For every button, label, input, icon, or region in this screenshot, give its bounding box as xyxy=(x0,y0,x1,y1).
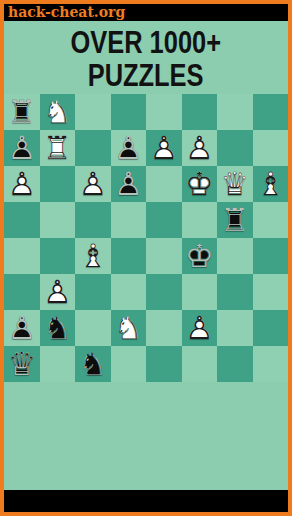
square-d1[interactable] xyxy=(111,346,147,382)
square-g6[interactable]: ♛♕ xyxy=(217,166,253,202)
square-f6[interactable]: ♚♔ xyxy=(182,166,218,202)
piece-white-bishop[interactable]: ♝♗ xyxy=(253,166,289,202)
queen-glyph-outline: ♕ xyxy=(217,166,253,202)
knight-glyph-outline: ♘ xyxy=(111,310,147,346)
square-a7[interactable]: ♟♙ xyxy=(4,130,40,166)
queen-glyph-fill: ♛ xyxy=(4,346,40,382)
watermark-bar: hack-cheat.org xyxy=(4,4,288,21)
rook-glyph-outline: ♖ xyxy=(4,94,40,130)
king-glyph-outline: ♔ xyxy=(182,166,218,202)
square-d2[interactable]: ♞♘ xyxy=(111,310,147,346)
pawn-glyph-fill: ♟ xyxy=(111,130,147,166)
rook-glyph-outline: ♖ xyxy=(217,202,253,238)
square-b4[interactable] xyxy=(40,238,76,274)
piece-black-knight[interactable]: ♞♘ xyxy=(40,310,76,346)
square-h3[interactable] xyxy=(253,274,289,310)
piece-black-king[interactable]: ♚♔ xyxy=(182,238,218,274)
rook-glyph-outline: ♖ xyxy=(40,130,76,166)
square-d7[interactable]: ♟♙ xyxy=(111,130,147,166)
square-a5[interactable] xyxy=(4,202,40,238)
square-d4[interactable] xyxy=(111,238,147,274)
square-e8[interactable] xyxy=(146,94,182,130)
piece-black-pawn[interactable]: ♟♙ xyxy=(111,130,147,166)
king-glyph-fill: ♚ xyxy=(182,166,218,202)
piece-white-rook[interactable]: ♜♖ xyxy=(40,130,76,166)
watermark-text: hack-cheat.org xyxy=(8,4,125,21)
square-g4[interactable] xyxy=(217,238,253,274)
queen-glyph-fill: ♛ xyxy=(217,166,253,202)
pawn-glyph-outline: ♙ xyxy=(4,166,40,202)
bishop-glyph-fill: ♝ xyxy=(253,166,289,202)
page-title: OVER 1000+ PUZZLES xyxy=(4,24,288,94)
square-f4[interactable]: ♚♔ xyxy=(182,238,218,274)
pawn-glyph-outline: ♙ xyxy=(146,130,182,166)
square-c2[interactable] xyxy=(75,310,111,346)
piece-black-pawn[interactable]: ♟♙ xyxy=(4,310,40,346)
queen-glyph-outline: ♕ xyxy=(4,346,40,382)
knight-glyph-outline: ♘ xyxy=(40,310,76,346)
knight-glyph-fill: ♞ xyxy=(111,310,147,346)
piece-black-pawn[interactable]: ♟♙ xyxy=(111,166,147,202)
piece-white-king[interactable]: ♚♔ xyxy=(182,166,218,202)
square-c4[interactable]: ♝♗ xyxy=(75,238,111,274)
piece-white-pawn[interactable]: ♟♙ xyxy=(182,130,218,166)
pawn-glyph-fill: ♟ xyxy=(4,166,40,202)
square-h1[interactable] xyxy=(253,346,289,382)
piece-black-knight[interactable]: ♞♘ xyxy=(75,346,111,382)
rook-glyph-fill: ♜ xyxy=(4,94,40,130)
square-g1[interactable] xyxy=(217,346,253,382)
piece-white-pawn[interactable]: ♟♙ xyxy=(4,166,40,202)
title-line-2: PUZZLES xyxy=(88,59,204,92)
square-d5[interactable] xyxy=(111,202,147,238)
square-c3[interactable] xyxy=(75,274,111,310)
square-a6[interactable]: ♟♙ xyxy=(4,166,40,202)
bishop-glyph-outline: ♗ xyxy=(253,166,289,202)
pawn-glyph-fill: ♟ xyxy=(146,130,182,166)
pawn-glyph-fill: ♟ xyxy=(40,274,76,310)
square-e4[interactable] xyxy=(146,238,182,274)
square-f5[interactable] xyxy=(182,202,218,238)
piece-black-rook[interactable]: ♜♖ xyxy=(217,202,253,238)
bottom-bar xyxy=(4,490,288,512)
piece-white-queen[interactable]: ♛♕ xyxy=(217,166,253,202)
square-a4[interactable] xyxy=(4,238,40,274)
pawn-glyph-outline: ♙ xyxy=(111,166,147,202)
pawn-glyph-fill: ♟ xyxy=(4,130,40,166)
square-e5[interactable] xyxy=(146,202,182,238)
knight-glyph-outline: ♘ xyxy=(40,94,76,130)
piece-white-pawn[interactable]: ♟♙ xyxy=(40,274,76,310)
square-f7[interactable]: ♟♙ xyxy=(182,130,218,166)
square-c7[interactable] xyxy=(75,130,111,166)
knight-glyph-fill: ♞ xyxy=(40,310,76,346)
square-e3[interactable] xyxy=(146,274,182,310)
square-h2[interactable] xyxy=(253,310,289,346)
square-g5[interactable]: ♜♖ xyxy=(217,202,253,238)
square-h8[interactable] xyxy=(253,94,289,130)
square-h4[interactable] xyxy=(253,238,289,274)
square-g7[interactable] xyxy=(217,130,253,166)
pawn-glyph-outline: ♙ xyxy=(182,130,218,166)
square-d3[interactable] xyxy=(111,274,147,310)
square-d8[interactable] xyxy=(111,94,147,130)
square-h6[interactable]: ♝♗ xyxy=(253,166,289,202)
square-b5[interactable] xyxy=(40,202,76,238)
square-g3[interactable] xyxy=(217,274,253,310)
bishop-glyph-outline: ♗ xyxy=(75,238,111,274)
square-c1[interactable]: ♞♘ xyxy=(75,346,111,382)
square-c5[interactable] xyxy=(75,202,111,238)
square-a2[interactable]: ♟♙ xyxy=(4,310,40,346)
square-b6[interactable] xyxy=(40,166,76,202)
rook-glyph-fill: ♜ xyxy=(40,130,76,166)
pawn-glyph-outline: ♙ xyxy=(4,310,40,346)
square-d6[interactable]: ♟♙ xyxy=(111,166,147,202)
pawn-glyph-fill: ♟ xyxy=(182,130,218,166)
pawn-glyph-fill: ♟ xyxy=(182,310,218,346)
square-c6[interactable]: ♟♙ xyxy=(75,166,111,202)
pawn-glyph-fill: ♟ xyxy=(111,166,147,202)
piece-black-pawn[interactable]: ♟♙ xyxy=(4,130,40,166)
knight-glyph-fill: ♞ xyxy=(75,346,111,382)
pawn-glyph-outline: ♙ xyxy=(111,130,147,166)
piece-white-pawn[interactable]: ♟♙ xyxy=(182,310,218,346)
piece-black-rook[interactable]: ♜♖ xyxy=(4,94,40,130)
bishop-glyph-fill: ♝ xyxy=(75,238,111,274)
piece-white-knight[interactable]: ♞♘ xyxy=(40,94,76,130)
piece-white-pawn[interactable]: ♟♙ xyxy=(75,166,111,202)
square-a1[interactable]: ♛♕ xyxy=(4,346,40,382)
knight-glyph-fill: ♞ xyxy=(40,94,76,130)
pawn-glyph-outline: ♙ xyxy=(4,130,40,166)
square-h7[interactable] xyxy=(253,130,289,166)
square-h5[interactable] xyxy=(253,202,289,238)
king-glyph-fill: ♚ xyxy=(182,238,218,274)
pawn-glyph-outline: ♙ xyxy=(75,166,111,202)
square-e6[interactable] xyxy=(146,166,182,202)
square-f2[interactable]: ♟♙ xyxy=(182,310,218,346)
app-frame: hack-cheat.org OVER 1000+ PUZZLES ♜♖♞♘♟♙… xyxy=(0,0,292,516)
square-e1[interactable] xyxy=(146,346,182,382)
pawn-glyph-outline: ♙ xyxy=(182,310,218,346)
piece-white-bishop[interactable]: ♝♗ xyxy=(75,238,111,274)
pawn-glyph-outline: ♙ xyxy=(40,274,76,310)
chess-board[interactable]: ♜♖♞♘♟♙♜♖♟♙♟♙♟♙♟♙♟♙♟♙♚♔♛♕♝♗♜♖♝♗♚♔♟♙♟♙♞♘♞♘… xyxy=(4,94,288,382)
square-e2[interactable] xyxy=(146,310,182,346)
rook-glyph-fill: ♜ xyxy=(217,202,253,238)
piece-white-pawn[interactable]: ♟♙ xyxy=(146,130,182,166)
square-b7[interactable]: ♜♖ xyxy=(40,130,76,166)
square-f1[interactable] xyxy=(182,346,218,382)
square-b8[interactable]: ♞♘ xyxy=(40,94,76,130)
piece-white-knight[interactable]: ♞♘ xyxy=(111,310,147,346)
pawn-glyph-fill: ♟ xyxy=(4,310,40,346)
king-glyph-outline: ♔ xyxy=(182,238,218,274)
square-g2[interactable] xyxy=(217,310,253,346)
square-b1[interactable] xyxy=(40,346,76,382)
square-g8[interactable] xyxy=(217,94,253,130)
knight-glyph-outline: ♘ xyxy=(75,346,111,382)
square-b3[interactable]: ♟♙ xyxy=(40,274,76,310)
square-c8[interactable] xyxy=(75,94,111,130)
piece-black-queen[interactable]: ♛♕ xyxy=(4,346,40,382)
title-line-1: OVER 1000+ xyxy=(71,26,222,59)
square-b2[interactable]: ♞♘ xyxy=(40,310,76,346)
square-a3[interactable] xyxy=(4,274,40,310)
square-e7[interactable]: ♟♙ xyxy=(146,130,182,166)
square-f8[interactable] xyxy=(182,94,218,130)
square-f3[interactable] xyxy=(182,274,218,310)
square-a8[interactable]: ♜♖ xyxy=(4,94,40,130)
pawn-glyph-fill: ♟ xyxy=(75,166,111,202)
